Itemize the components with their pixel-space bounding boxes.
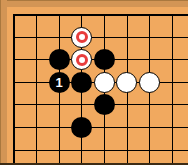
red-circle-mark — [76, 54, 88, 66]
stone-white — [94, 72, 115, 93]
stone-black — [71, 117, 92, 138]
board-bottom-edge — [0, 163, 188, 165]
stone-white-marked — [71, 49, 92, 70]
stone-black — [49, 49, 70, 70]
stone-black — [94, 94, 115, 115]
stone-black — [71, 72, 92, 93]
stone-black — [94, 49, 115, 70]
stone-white — [116, 72, 137, 93]
board-frame-top — [0, 0, 188, 7]
move-number: 1 — [56, 76, 63, 89]
stone-white-marked — [71, 27, 92, 48]
stone-black-move-1: 1 — [49, 72, 70, 93]
red-circle-mark — [76, 31, 88, 43]
stone-white — [139, 72, 160, 93]
go-board-diagram: 1 — [0, 0, 188, 165]
board-frame-left — [0, 0, 7, 165]
stones-layer: 1 — [3, 3, 184, 161]
